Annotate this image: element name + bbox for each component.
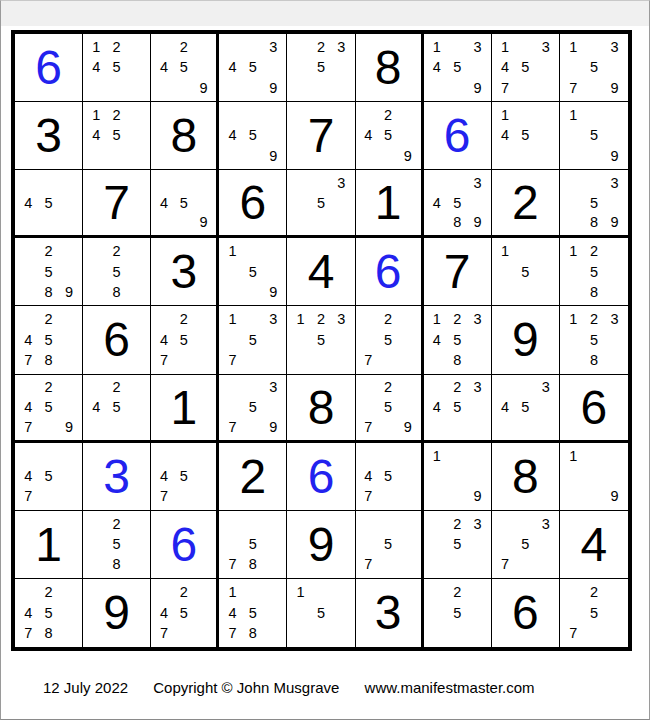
candidate-3: 3 bbox=[269, 380, 277, 395]
candidate-9: 9 bbox=[404, 420, 412, 435]
candidate-2: 2 bbox=[453, 517, 461, 532]
cell-r2c5[interactable]: 7 bbox=[287, 102, 355, 170]
candidate-3: 3 bbox=[269, 312, 277, 327]
candidate-1: 1 bbox=[569, 40, 577, 55]
candidate-9: 9 bbox=[199, 215, 207, 230]
candidate-5: 5 bbox=[113, 265, 121, 280]
cell-r1c2[interactable]: 1245 bbox=[83, 34, 151, 102]
cell-r9c7[interactable]: 25 bbox=[424, 579, 492, 647]
candidate-5: 5 bbox=[180, 333, 188, 348]
candidate-2: 2 bbox=[590, 244, 598, 259]
cell-r9c3[interactable]: 2457 bbox=[151, 579, 219, 647]
candidate-3: 3 bbox=[542, 517, 550, 532]
candidate-4: 4 bbox=[92, 128, 100, 143]
candidate-7: 7 bbox=[228, 353, 236, 368]
candidate-4: 4 bbox=[364, 128, 372, 143]
cell-r2c4[interactable]: 459 bbox=[219, 102, 287, 170]
cell-r5c3[interactable]: 2457 bbox=[151, 306, 219, 374]
cell-r8c2[interactable]: 258 bbox=[83, 511, 151, 579]
candidate-5: 5 bbox=[317, 333, 325, 348]
candidate-5: 5 bbox=[45, 196, 53, 211]
cell-r6c6[interactable]: 2579 bbox=[356, 375, 424, 443]
cell-r3c2[interactable]: 7 bbox=[83, 170, 151, 238]
candidate-5: 5 bbox=[180, 60, 188, 75]
candidate-4: 4 bbox=[24, 400, 32, 415]
candidate-2: 2 bbox=[113, 40, 121, 55]
candidate-4: 4 bbox=[92, 400, 100, 415]
candidate-7: 7 bbox=[364, 420, 372, 435]
candidate-3: 3 bbox=[269, 40, 277, 55]
candidate-5: 5 bbox=[45, 400, 53, 415]
footer-website: www.manifestmaster.com bbox=[365, 679, 535, 696]
candidate-9: 9 bbox=[474, 81, 482, 96]
candidate-2: 2 bbox=[317, 40, 325, 55]
candidate-5: 5 bbox=[249, 400, 257, 415]
candidate-3: 3 bbox=[474, 40, 482, 55]
candidate-4: 4 bbox=[160, 60, 168, 75]
cell-r2c1[interactable]: 3 bbox=[15, 102, 83, 170]
candidate-4: 4 bbox=[433, 333, 441, 348]
candidate-1: 1 bbox=[297, 585, 305, 600]
candidate-5: 5 bbox=[521, 537, 529, 552]
cell-r8c9[interactable]: 4 bbox=[560, 511, 628, 579]
candidate-1: 1 bbox=[228, 585, 236, 600]
cell-r6c8[interactable]: 345 bbox=[492, 375, 560, 443]
candidate-7: 7 bbox=[569, 626, 577, 641]
candidate-5: 5 bbox=[317, 606, 325, 621]
candidate-2: 2 bbox=[453, 312, 461, 327]
candidate-8: 8 bbox=[590, 215, 598, 230]
candidate-2: 2 bbox=[384, 108, 392, 123]
candidate-1: 1 bbox=[501, 40, 509, 55]
candidate-2: 2 bbox=[317, 312, 325, 327]
cell-r5c8[interactable]: 9 bbox=[492, 306, 560, 374]
candidate-2: 2 bbox=[45, 585, 53, 600]
cell-r9c6[interactable]: 3 bbox=[356, 579, 424, 647]
candidate-2: 2 bbox=[590, 585, 598, 600]
candidate-4: 4 bbox=[160, 469, 168, 484]
candidate-7: 7 bbox=[228, 557, 236, 572]
solver-entered-digit: 3 bbox=[83, 443, 150, 510]
candidate-7: 7 bbox=[24, 489, 32, 504]
candidate-8: 8 bbox=[113, 557, 121, 572]
cell-r2c3[interactable]: 8 bbox=[151, 102, 219, 170]
cell-r3c6[interactable]: 1 bbox=[356, 170, 424, 238]
candidate-1: 1 bbox=[433, 40, 441, 55]
candidate-4: 4 bbox=[24, 469, 32, 484]
candidate-5: 5 bbox=[249, 333, 257, 348]
cell-r6c3[interactable]: 1 bbox=[151, 375, 219, 443]
cell-r2c7[interactable]: 6 bbox=[424, 102, 492, 170]
candidate-2: 2 bbox=[113, 380, 121, 395]
candidate-8: 8 bbox=[453, 215, 461, 230]
given-digit: 1 bbox=[151, 375, 216, 440]
candidate-2: 2 bbox=[45, 380, 53, 395]
candidate-3: 3 bbox=[611, 40, 619, 55]
candidate-9: 9 bbox=[474, 489, 482, 504]
given-digit: 3 bbox=[151, 238, 216, 305]
candidate-2: 2 bbox=[453, 585, 461, 600]
candidate-7: 7 bbox=[501, 557, 509, 572]
given-digit: 1 bbox=[15, 511, 82, 578]
given-digit: 6 bbox=[492, 579, 559, 647]
candidate-5: 5 bbox=[521, 60, 529, 75]
candidate-9: 9 bbox=[611, 149, 619, 164]
candidate-3: 3 bbox=[542, 380, 550, 395]
candidate-7: 7 bbox=[228, 420, 236, 435]
candidate-8: 8 bbox=[590, 285, 598, 300]
candidate-1: 1 bbox=[569, 312, 577, 327]
candidate-4: 4 bbox=[160, 333, 168, 348]
given-digit: 8 bbox=[356, 34, 421, 101]
given-digit: 8 bbox=[492, 443, 559, 510]
candidate-9: 9 bbox=[611, 215, 619, 230]
solver-entered-digit: 6 bbox=[356, 238, 421, 305]
cell-r5c7[interactable]: 123458 bbox=[424, 306, 492, 374]
cell-r2c2[interactable]: 1245 bbox=[83, 102, 151, 170]
cell-r5c1[interactable]: 24578 bbox=[15, 306, 83, 374]
candidate-5: 5 bbox=[45, 265, 53, 280]
candidate-2: 2 bbox=[180, 585, 188, 600]
cell-r2c6[interactable]: 2459 bbox=[356, 102, 424, 170]
candidate-5: 5 bbox=[180, 606, 188, 621]
solver-entered-digit: 6 bbox=[424, 102, 491, 169]
top-band bbox=[1, 1, 649, 26]
cell-r3c4[interactable]: 6 bbox=[219, 170, 287, 238]
given-digit: 4 bbox=[287, 238, 354, 305]
given-digit: 6 bbox=[560, 375, 628, 440]
candidate-5: 5 bbox=[590, 196, 598, 211]
candidate-4: 4 bbox=[433, 400, 441, 415]
candidate-9: 9 bbox=[65, 285, 73, 300]
cell-r8c7[interactable]: 235 bbox=[424, 511, 492, 579]
given-digit: 9 bbox=[83, 579, 150, 647]
given-digit: 9 bbox=[492, 306, 559, 373]
candidate-5: 5 bbox=[590, 60, 598, 75]
cell-r9c1[interactable]: 24578 bbox=[15, 579, 83, 647]
candidate-1: 1 bbox=[569, 244, 577, 259]
cell-r1c5[interactable]: 235 bbox=[287, 34, 355, 102]
solver-entered-digit: 6 bbox=[15, 34, 82, 101]
candidate-4: 4 bbox=[433, 196, 441, 211]
candidate-2: 2 bbox=[180, 312, 188, 327]
footer: 12 July 2022 Copyright © John Musgrave w… bbox=[43, 679, 535, 696]
candidate-3: 3 bbox=[611, 312, 619, 327]
candidate-5: 5 bbox=[317, 196, 325, 211]
candidate-9: 9 bbox=[269, 285, 277, 300]
candidate-3: 3 bbox=[474, 380, 482, 395]
candidate-8: 8 bbox=[249, 626, 257, 641]
cell-r2c8[interactable]: 145 bbox=[492, 102, 560, 170]
candidate-8: 8 bbox=[113, 285, 121, 300]
cell-r7c1[interactable]: 457 bbox=[15, 443, 83, 511]
candidate-9: 9 bbox=[611, 489, 619, 504]
candidate-4: 4 bbox=[433, 60, 441, 75]
given-digit: 4 bbox=[560, 511, 628, 578]
candidate-7: 7 bbox=[501, 81, 509, 96]
cell-r4c7[interactable]: 7 bbox=[424, 238, 492, 306]
candidate-9: 9 bbox=[474, 215, 482, 230]
cell-r7c8[interactable]: 8 bbox=[492, 443, 560, 511]
cell-r5c4[interactable]: 1357 bbox=[219, 306, 287, 374]
cell-r4c9[interactable]: 1258 bbox=[560, 238, 628, 306]
cell-r9c8[interactable]: 6 bbox=[492, 579, 560, 647]
candidate-5: 5 bbox=[249, 265, 257, 280]
cell-r1c4[interactable]: 3459 bbox=[219, 34, 287, 102]
candidate-3: 3 bbox=[337, 176, 345, 191]
cell-r6c5[interactable]: 8 bbox=[287, 375, 355, 443]
cell-r2c9[interactable]: 159 bbox=[560, 102, 628, 170]
candidate-8: 8 bbox=[453, 353, 461, 368]
candidate-5: 5 bbox=[590, 128, 598, 143]
candidate-5: 5 bbox=[453, 333, 461, 348]
candidate-5: 5 bbox=[249, 60, 257, 75]
candidate-7: 7 bbox=[24, 420, 32, 435]
given-digit: 3 bbox=[15, 102, 82, 169]
solver-entered-digit: 6 bbox=[287, 443, 354, 510]
candidate-5: 5 bbox=[384, 128, 392, 143]
candidate-7: 7 bbox=[160, 626, 168, 641]
given-digit: 7 bbox=[287, 102, 354, 169]
cell-r1c3[interactable]: 2459 bbox=[151, 34, 219, 102]
candidate-3: 3 bbox=[337, 312, 345, 327]
sudoku-board: 6124524593459235813459134571357931245845… bbox=[11, 30, 632, 651]
candidate-4: 4 bbox=[24, 606, 32, 621]
given-digit: 9 bbox=[287, 511, 354, 578]
given-digit: 7 bbox=[83, 170, 150, 235]
candidate-9: 9 bbox=[65, 420, 73, 435]
cell-r4c2[interactable]: 258 bbox=[83, 238, 151, 306]
candidate-1: 1 bbox=[297, 312, 305, 327]
footer-copyright: Copyright © John Musgrave bbox=[153, 679, 339, 696]
candidate-5: 5 bbox=[384, 333, 392, 348]
cell-r5c5[interactable]: 1235 bbox=[287, 306, 355, 374]
candidate-4: 4 bbox=[501, 128, 509, 143]
candidate-2: 2 bbox=[453, 380, 461, 395]
candidate-5: 5 bbox=[45, 333, 53, 348]
candidate-7: 7 bbox=[364, 353, 372, 368]
cell-r8c6[interactable]: 57 bbox=[356, 511, 424, 579]
candidate-4: 4 bbox=[501, 60, 509, 75]
cell-r4c5[interactable]: 4 bbox=[287, 238, 355, 306]
candidate-4: 4 bbox=[160, 196, 168, 211]
candidate-1: 1 bbox=[228, 244, 236, 259]
cell-r6c1[interactable]: 24579 bbox=[15, 375, 83, 443]
cell-r5c2[interactable]: 6 bbox=[83, 306, 151, 374]
candidate-5: 5 bbox=[249, 606, 257, 621]
candidate-5: 5 bbox=[590, 606, 598, 621]
candidate-7: 7 bbox=[24, 353, 32, 368]
cell-r3c9[interactable]: 3589 bbox=[560, 170, 628, 238]
candidate-4: 4 bbox=[228, 128, 236, 143]
candidate-9: 9 bbox=[269, 420, 277, 435]
candidate-5: 5 bbox=[453, 60, 461, 75]
solver-entered-digit: 6 bbox=[151, 511, 216, 578]
candidate-5: 5 bbox=[384, 537, 392, 552]
candidate-5: 5 bbox=[384, 469, 392, 484]
given-digit: 2 bbox=[492, 170, 559, 235]
candidate-5: 5 bbox=[249, 537, 257, 552]
cell-r8c8[interactable]: 357 bbox=[492, 511, 560, 579]
candidate-9: 9 bbox=[269, 149, 277, 164]
candidate-7: 7 bbox=[160, 489, 168, 504]
candidate-5: 5 bbox=[384, 400, 392, 415]
candidate-3: 3 bbox=[474, 517, 482, 532]
cell-r4c6[interactable]: 6 bbox=[356, 238, 424, 306]
cell-r6c9[interactable]: 6 bbox=[560, 375, 628, 443]
candidate-5: 5 bbox=[180, 196, 188, 211]
cell-r9c4[interactable]: 14578 bbox=[219, 579, 287, 647]
cell-r6c7[interactable]: 2345 bbox=[424, 375, 492, 443]
cell-r7c7[interactable]: 19 bbox=[424, 443, 492, 511]
candidate-5: 5 bbox=[180, 469, 188, 484]
candidate-9: 9 bbox=[404, 149, 412, 164]
cell-r7c4[interactable]: 2 bbox=[219, 443, 287, 511]
candidate-1: 1 bbox=[433, 449, 441, 464]
cell-r1c1[interactable]: 6 bbox=[15, 34, 83, 102]
candidate-7: 7 bbox=[569, 81, 577, 96]
cell-r8c4[interactable]: 578 bbox=[219, 511, 287, 579]
candidate-3: 3 bbox=[337, 40, 345, 55]
cell-r6c2[interactable]: 245 bbox=[83, 375, 151, 443]
candidate-2: 2 bbox=[113, 108, 121, 123]
candidate-8: 8 bbox=[45, 353, 53, 368]
cell-r1c7[interactable]: 13459 bbox=[424, 34, 492, 102]
candidate-5: 5 bbox=[453, 196, 461, 211]
candidate-5: 5 bbox=[113, 128, 121, 143]
candidate-4: 4 bbox=[160, 606, 168, 621]
candidate-2: 2 bbox=[113, 244, 121, 259]
cell-r3c1[interactable]: 45 bbox=[15, 170, 83, 238]
candidate-5: 5 bbox=[45, 606, 53, 621]
candidate-4: 4 bbox=[501, 400, 509, 415]
candidate-3: 3 bbox=[474, 312, 482, 327]
cell-r1c8[interactable]: 13457 bbox=[492, 34, 560, 102]
candidate-4: 4 bbox=[24, 196, 32, 211]
candidate-3: 3 bbox=[611, 176, 619, 191]
candidate-5: 5 bbox=[113, 537, 121, 552]
candidate-4: 4 bbox=[228, 60, 236, 75]
cell-r9c2[interactable]: 9 bbox=[83, 579, 151, 647]
candidate-8: 8 bbox=[590, 353, 598, 368]
candidate-2: 2 bbox=[384, 380, 392, 395]
candidate-4: 4 bbox=[228, 606, 236, 621]
candidate-5: 5 bbox=[113, 400, 121, 415]
cell-r7c3[interactable]: 457 bbox=[151, 443, 219, 511]
candidate-5: 5 bbox=[249, 128, 257, 143]
candidate-5: 5 bbox=[453, 537, 461, 552]
cell-r7c5[interactable]: 6 bbox=[287, 443, 355, 511]
cell-r4c8[interactable]: 15 bbox=[492, 238, 560, 306]
candidate-5: 5 bbox=[317, 60, 325, 75]
candidate-5: 5 bbox=[590, 265, 598, 280]
cell-r3c7[interactable]: 34589 bbox=[424, 170, 492, 238]
given-digit: 8 bbox=[151, 102, 216, 169]
candidate-2: 2 bbox=[45, 244, 53, 259]
candidate-9: 9 bbox=[269, 81, 277, 96]
given-digit: 3 bbox=[356, 579, 421, 647]
candidate-1: 1 bbox=[92, 108, 100, 123]
candidate-1: 1 bbox=[501, 244, 509, 259]
candidate-9: 9 bbox=[199, 81, 207, 96]
cell-r8c3[interactable]: 6 bbox=[151, 511, 219, 579]
candidate-9: 9 bbox=[611, 81, 619, 96]
cell-r4c4[interactable]: 159 bbox=[219, 238, 287, 306]
candidate-1: 1 bbox=[228, 312, 236, 327]
given-digit: 6 bbox=[219, 170, 286, 235]
candidate-2: 2 bbox=[384, 312, 392, 327]
footer-date: 12 July 2022 bbox=[43, 679, 128, 696]
candidate-5: 5 bbox=[521, 400, 529, 415]
cell-r7c9[interactable]: 19 bbox=[560, 443, 628, 511]
cell-r7c2[interactable]: 3 bbox=[83, 443, 151, 511]
cell-r4c3[interactable]: 3 bbox=[151, 238, 219, 306]
candidate-8: 8 bbox=[45, 285, 53, 300]
candidate-1: 1 bbox=[569, 449, 577, 464]
given-digit: 6 bbox=[83, 306, 150, 373]
candidate-2: 2 bbox=[180, 40, 188, 55]
cell-r4c1[interactable]: 2589 bbox=[15, 238, 83, 306]
cell-r8c1[interactable]: 1 bbox=[15, 511, 83, 579]
candidate-7: 7 bbox=[364, 557, 372, 572]
candidate-4: 4 bbox=[364, 469, 372, 484]
candidate-5: 5 bbox=[521, 128, 529, 143]
page-frame: 6124524593459235813459134571357931245845… bbox=[0, 0, 650, 720]
cell-r1c6[interactable]: 8 bbox=[356, 34, 424, 102]
candidate-2: 2 bbox=[590, 312, 598, 327]
candidate-5: 5 bbox=[453, 400, 461, 415]
cell-r9c5[interactable]: 15 bbox=[287, 579, 355, 647]
candidate-7: 7 bbox=[364, 489, 372, 504]
candidate-8: 8 bbox=[45, 626, 53, 641]
candidate-2: 2 bbox=[113, 517, 121, 532]
candidate-5: 5 bbox=[521, 265, 529, 280]
candidate-5: 5 bbox=[590, 333, 598, 348]
candidate-1: 1 bbox=[501, 108, 509, 123]
candidate-7: 7 bbox=[24, 626, 32, 641]
cell-r3c5[interactable]: 35 bbox=[287, 170, 355, 238]
candidate-4: 4 bbox=[24, 333, 32, 348]
cell-r5c6[interactable]: 257 bbox=[356, 306, 424, 374]
given-digit: 1 bbox=[356, 170, 421, 235]
given-digit: 8 bbox=[287, 375, 354, 440]
candidate-4: 4 bbox=[92, 60, 100, 75]
candidate-8: 8 bbox=[249, 557, 257, 572]
given-digit: 2 bbox=[219, 443, 286, 510]
cell-r9c9[interactable]: 257 bbox=[560, 579, 628, 647]
candidate-1: 1 bbox=[92, 40, 100, 55]
candidate-1: 1 bbox=[569, 108, 577, 123]
cell-r3c8[interactable]: 2 bbox=[492, 170, 560, 238]
candidate-5: 5 bbox=[45, 469, 53, 484]
given-digit: 7 bbox=[424, 238, 491, 305]
candidate-1: 1 bbox=[433, 312, 441, 327]
cell-r6c4[interactable]: 3579 bbox=[219, 375, 287, 443]
cell-r3c3[interactable]: 459 bbox=[151, 170, 219, 238]
cell-r1c9[interactable]: 13579 bbox=[560, 34, 628, 102]
candidate-2: 2 bbox=[45, 312, 53, 327]
candidate-7: 7 bbox=[228, 626, 236, 641]
cell-r8c5[interactable]: 9 bbox=[287, 511, 355, 579]
candidate-5: 5 bbox=[453, 606, 461, 621]
cell-r7c6[interactable]: 457 bbox=[356, 443, 424, 511]
candidate-3: 3 bbox=[474, 176, 482, 191]
candidate-7: 7 bbox=[160, 353, 168, 368]
cell-r5c9[interactable]: 12358 bbox=[560, 306, 628, 374]
candidate-5: 5 bbox=[113, 60, 121, 75]
candidate-3: 3 bbox=[542, 40, 550, 55]
